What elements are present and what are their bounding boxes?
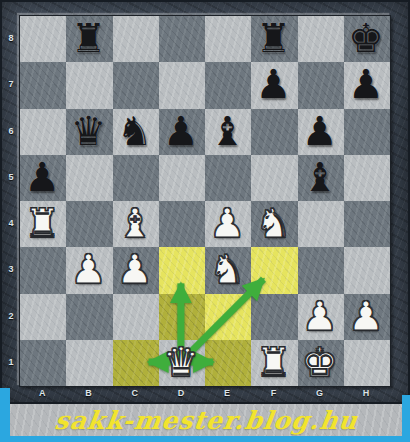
square-b5[interactable] — [66, 155, 112, 201]
square-d3[interactable] — [159, 247, 205, 293]
piece-white-queen-d1[interactable]: ♛ — [158, 339, 204, 385]
piece-black-pawn-a5[interactable]: ♟ — [19, 154, 65, 200]
square-a8[interactable] — [20, 16, 66, 62]
rank-label-2: 2 — [4, 312, 18, 321]
piece-white-pawn-g2[interactable]: ♟ — [297, 293, 343, 339]
piece-white-rook-f1[interactable]: ♜ — [250, 339, 296, 385]
square-c7[interactable] — [113, 62, 159, 108]
file-label-f: F — [250, 389, 296, 398]
square-f5[interactable] — [251, 155, 297, 201]
piece-black-queen-b6[interactable]: ♛ — [65, 108, 111, 154]
piece-black-pawn-d6[interactable]: ♟ — [158, 108, 204, 154]
square-h6[interactable] — [344, 109, 390, 155]
square-f6[interactable] — [251, 109, 297, 155]
square-b2[interactable] — [66, 294, 112, 340]
square-a6[interactable] — [20, 109, 66, 155]
file-label-g: G — [297, 389, 343, 398]
rank-label-1: 1 — [4, 358, 18, 367]
square-g8[interactable] — [298, 16, 344, 62]
piece-black-bishop-e6[interactable]: ♝ — [204, 108, 250, 154]
rank-label-6: 6 — [4, 127, 18, 136]
watermark-band: sakk-mester.blog.hu — [10, 404, 402, 436]
piece-black-king-h8[interactable]: ♚ — [343, 15, 389, 61]
file-label-d: D — [158, 389, 204, 398]
file-label-h: H — [343, 389, 389, 398]
rank-label-8: 8 — [4, 34, 18, 43]
square-e2[interactable] — [205, 294, 251, 340]
blue-border-left — [0, 388, 10, 442]
file-label-b: B — [65, 389, 111, 398]
square-h5[interactable] — [344, 155, 390, 201]
file-label-a: A — [19, 389, 65, 398]
piece-white-knight-e3[interactable]: ♞ — [204, 246, 250, 292]
square-d2[interactable] — [159, 294, 205, 340]
square-a7[interactable] — [20, 62, 66, 108]
square-a3[interactable] — [20, 247, 66, 293]
square-e5[interactable] — [205, 155, 251, 201]
square-c1[interactable] — [113, 340, 159, 386]
square-c2[interactable] — [113, 294, 159, 340]
square-c8[interactable] — [113, 16, 159, 62]
piece-white-pawn-b3[interactable]: ♟ — [65, 246, 111, 292]
piece-white-pawn-c3[interactable]: ♟ — [112, 246, 158, 292]
blue-border-right — [402, 395, 410, 442]
piece-white-rook-a4[interactable]: ♜ — [19, 200, 65, 246]
rank-label-4: 4 — [4, 219, 18, 228]
piece-white-pawn-e4[interactable]: ♟ — [204, 200, 250, 246]
square-d5[interactable] — [159, 155, 205, 201]
square-g7[interactable] — [298, 62, 344, 108]
square-d8[interactable] — [159, 16, 205, 62]
square-g4[interactable] — [298, 201, 344, 247]
file-label-e: E — [204, 389, 250, 398]
rank-label-5: 5 — [4, 173, 18, 182]
square-h3[interactable] — [344, 247, 390, 293]
file-label-c: C — [112, 389, 158, 398]
square-f2[interactable] — [251, 294, 297, 340]
blue-border-bottom — [0, 436, 410, 442]
square-b4[interactable] — [66, 201, 112, 247]
square-e1[interactable] — [205, 340, 251, 386]
piece-white-pawn-h2[interactable]: ♟ — [343, 293, 389, 339]
square-b1[interactable] — [66, 340, 112, 386]
square-c5[interactable] — [113, 155, 159, 201]
square-h4[interactable] — [344, 201, 390, 247]
square-e7[interactable] — [205, 62, 251, 108]
piece-black-pawn-g6[interactable]: ♟ — [297, 108, 343, 154]
square-a1[interactable] — [20, 340, 66, 386]
chess-diagram: ♜♜♚♟♟♛♞♟♝♟♟♝♜♝♟♞♟♟♞♟♟♛♜♚ 87654321 ABCDEF… — [0, 0, 410, 442]
square-g3[interactable] — [298, 247, 344, 293]
square-e8[interactable] — [205, 16, 251, 62]
piece-black-bishop-g5[interactable]: ♝ — [297, 154, 343, 200]
piece-black-pawn-f7[interactable]: ♟ — [250, 61, 296, 107]
rank-label-3: 3 — [4, 265, 18, 274]
square-d7[interactable] — [159, 62, 205, 108]
piece-white-knight-f4[interactable]: ♞ — [250, 200, 296, 246]
piece-black-rook-f8[interactable]: ♜ — [250, 15, 296, 61]
piece-white-bishop-c4[interactable]: ♝ — [112, 200, 158, 246]
square-f3[interactable] — [251, 247, 297, 293]
square-d4[interactable] — [159, 201, 205, 247]
square-h1[interactable] — [344, 340, 390, 386]
square-b7[interactable] — [66, 62, 112, 108]
piece-black-knight-c6[interactable]: ♞ — [112, 108, 158, 154]
site-watermark: sakk-mester.blog.hu — [52, 406, 359, 435]
piece-black-pawn-h7[interactable]: ♟ — [343, 61, 389, 107]
rank-label-7: 7 — [4, 80, 18, 89]
piece-white-king-g1[interactable]: ♚ — [297, 339, 343, 385]
square-a2[interactable] — [20, 294, 66, 340]
piece-black-rook-b8[interactable]: ♜ — [65, 15, 111, 61]
